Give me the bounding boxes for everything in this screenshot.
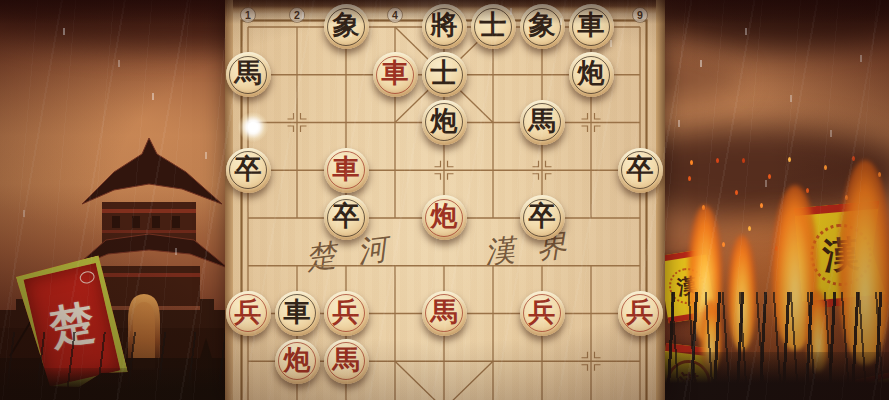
- piece-black-馬[interactable]: 馬: [226, 52, 271, 97]
- piece-character: 兵: [333, 299, 360, 326]
- piece-character: 炮: [431, 108, 458, 135]
- piece-character: 象: [333, 12, 360, 39]
- piece-red-兵[interactable]: 兵: [520, 291, 565, 336]
- piece-black-象[interactable]: 象: [324, 4, 369, 49]
- piece-character: 馬: [333, 347, 360, 374]
- piece-red-炮[interactable]: 炮: [275, 339, 320, 384]
- piece-red-車[interactable]: 車: [324, 148, 369, 193]
- piece-black-將[interactable]: 將: [422, 4, 467, 49]
- piece-black-卒[interactable]: 卒: [520, 195, 565, 240]
- fire-embers: [690, 160, 693, 165]
- game-scene: 楚 漢 漢 漢 楚河 漢界 123456789 象將士象車馬車: [0, 0, 889, 400]
- piece-character: 士: [480, 12, 507, 39]
- piece-character: 馬: [431, 299, 458, 326]
- piece-black-士[interactable]: 士: [471, 4, 516, 49]
- piece-character: 炮: [431, 203, 458, 230]
- piece-red-炮[interactable]: 炮: [422, 195, 467, 240]
- piece-character: 卒: [333, 203, 360, 230]
- piece-character: 卒: [529, 203, 556, 230]
- piece-character: 車: [578, 12, 605, 39]
- piece-black-炮[interactable]: 炮: [422, 100, 467, 145]
- xiangqi-board[interactable]: 楚河 漢界 123456789 象將士象車馬車士炮炮馬卒車卒卒炮卒兵車兵馬兵兵炮…: [225, 0, 665, 400]
- army-silhouette: [663, 352, 889, 400]
- piece-black-卒[interactable]: 卒: [226, 148, 271, 193]
- piece-black-馬[interactable]: 馬: [520, 100, 565, 145]
- piece-black-卒[interactable]: 卒: [324, 195, 369, 240]
- piece-black-炮[interactable]: 炮: [569, 52, 614, 97]
- piece-character: 卒: [235, 156, 262, 183]
- piece-character: 車: [333, 156, 360, 183]
- piece-character: 將: [431, 12, 458, 39]
- piece-character: 車: [284, 299, 311, 326]
- piece-character: 炮: [578, 60, 605, 87]
- piece-character: 馬: [235, 60, 262, 87]
- piece-red-馬[interactable]: 馬: [324, 339, 369, 384]
- piece-red-兵[interactable]: 兵: [618, 291, 663, 336]
- piece-character: 兵: [235, 299, 262, 326]
- piece-character: 車: [382, 60, 409, 87]
- piece-character: 象: [529, 12, 556, 39]
- piece-black-卒[interactable]: 卒: [618, 148, 663, 193]
- piece-character: 兵: [529, 299, 556, 326]
- tower-upper-roof: [82, 138, 222, 204]
- piece-red-兵[interactable]: 兵: [324, 291, 369, 336]
- piece-black-士[interactable]: 士: [422, 52, 467, 97]
- piece-red-車[interactable]: 車: [373, 52, 418, 97]
- pieces-layer: 象將士象車馬車士炮炮馬卒車卒卒炮卒兵車兵馬兵兵炮馬: [225, 3, 665, 400]
- piece-black-車[interactable]: 車: [275, 291, 320, 336]
- piece-character: 士: [431, 60, 458, 87]
- piece-red-馬[interactable]: 馬: [422, 291, 467, 336]
- piece-character: 卒: [627, 156, 654, 183]
- piece-character: 兵: [627, 299, 654, 326]
- piece-character: 炮: [284, 347, 311, 374]
- piece-black-車[interactable]: 車: [569, 4, 614, 49]
- piece-character: 馬: [529, 108, 556, 135]
- piece-red-兵[interactable]: 兵: [226, 291, 271, 336]
- piece-black-象[interactable]: 象: [520, 4, 565, 49]
- flag-emblem-icon: [79, 270, 96, 285]
- ground-shadow-left: [0, 368, 226, 400]
